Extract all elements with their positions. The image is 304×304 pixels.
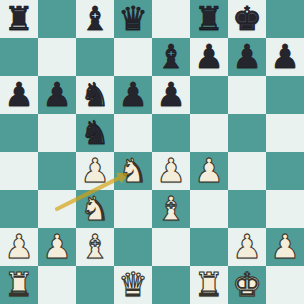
square-a1[interactable]: ♜: [0, 266, 38, 304]
square-c2[interactable]: ♝: [76, 228, 114, 266]
square-e6[interactable]: ♟: [152, 76, 190, 114]
piece-black-pawn[interactable]: ♟: [4, 76, 34, 114]
square-e8[interactable]: [152, 0, 190, 38]
piece-black-king[interactable]: ♚: [232, 0, 262, 38]
square-e1[interactable]: [152, 266, 190, 304]
square-f4[interactable]: ♟: [190, 152, 228, 190]
square-g5[interactable]: [228, 114, 266, 152]
piece-white-bishop[interactable]: ♝: [156, 190, 186, 228]
square-g7[interactable]: ♟: [228, 38, 266, 76]
square-c8[interactable]: ♝: [76, 0, 114, 38]
square-h3[interactable]: [266, 190, 304, 228]
piece-white-pawn[interactable]: ♟: [270, 228, 300, 266]
square-e7[interactable]: ♝: [152, 38, 190, 76]
square-g3[interactable]: [228, 190, 266, 228]
piece-white-pawn[interactable]: ♟: [4, 228, 34, 266]
square-f5[interactable]: [190, 114, 228, 152]
square-b8[interactable]: [38, 0, 76, 38]
piece-white-bishop[interactable]: ♝: [80, 228, 110, 266]
square-b6[interactable]: ♟: [38, 76, 76, 114]
piece-white-pawn[interactable]: ♟: [232, 228, 262, 266]
piece-white-rook[interactable]: ♜: [4, 266, 34, 304]
piece-white-knight[interactable]: ♞: [80, 190, 110, 228]
square-h5[interactable]: [266, 114, 304, 152]
square-d6[interactable]: ♟: [114, 76, 152, 114]
square-e4[interactable]: ♟: [152, 152, 190, 190]
square-b1[interactable]: [38, 266, 76, 304]
square-d5[interactable]: [114, 114, 152, 152]
piece-black-pawn[interactable]: ♟: [232, 38, 262, 76]
square-a6[interactable]: ♟: [0, 76, 38, 114]
square-b5[interactable]: [38, 114, 76, 152]
square-g1[interactable]: ♚: [228, 266, 266, 304]
piece-black-pawn[interactable]: ♟: [194, 38, 224, 76]
square-c3[interactable]: ♞: [76, 190, 114, 228]
square-d7[interactable]: [114, 38, 152, 76]
board-grid: ♜♝♛♜♚♝♟♟♟♟♟♞♟♟♞♟♞♟♟♞♝♟♟♝♟♟♜♛♜♚: [0, 0, 304, 304]
square-h4[interactable]: [266, 152, 304, 190]
square-c7[interactable]: [76, 38, 114, 76]
square-d2[interactable]: [114, 228, 152, 266]
square-g8[interactable]: ♚: [228, 0, 266, 38]
square-c5[interactable]: ♞: [76, 114, 114, 152]
square-e3[interactable]: ♝: [152, 190, 190, 228]
square-a7[interactable]: [0, 38, 38, 76]
piece-black-pawn[interactable]: ♟: [270, 38, 300, 76]
piece-black-pawn[interactable]: ♟: [118, 76, 148, 114]
square-b7[interactable]: [38, 38, 76, 76]
piece-white-knight[interactable]: ♞: [118, 152, 148, 190]
square-a5[interactable]: [0, 114, 38, 152]
piece-white-pawn[interactable]: ♟: [194, 152, 224, 190]
square-a2[interactable]: ♟: [0, 228, 38, 266]
piece-white-pawn[interactable]: ♟: [42, 228, 72, 266]
square-e2[interactable]: [152, 228, 190, 266]
piece-black-bishop[interactable]: ♝: [80, 0, 110, 38]
piece-black-knight[interactable]: ♞: [80, 114, 110, 152]
square-e5[interactable]: [152, 114, 190, 152]
piece-black-queen[interactable]: ♛: [118, 0, 148, 38]
square-d1[interactable]: ♛: [114, 266, 152, 304]
square-g4[interactable]: [228, 152, 266, 190]
square-h1[interactable]: [266, 266, 304, 304]
square-b2[interactable]: ♟: [38, 228, 76, 266]
piece-black-pawn[interactable]: ♟: [42, 76, 72, 114]
piece-black-knight[interactable]: ♞: [80, 76, 110, 114]
square-f8[interactable]: ♜: [190, 0, 228, 38]
piece-white-pawn[interactable]: ♟: [80, 152, 110, 190]
square-d3[interactable]: [114, 190, 152, 228]
square-f2[interactable]: [190, 228, 228, 266]
piece-white-queen[interactable]: ♛: [118, 266, 148, 304]
chess-board: ♜♝♛♜♚♝♟♟♟♟♟♞♟♟♞♟♞♟♟♞♝♟♟♝♟♟♜♛♜♚: [0, 0, 304, 304]
piece-white-king[interactable]: ♚: [232, 266, 262, 304]
square-f3[interactable]: [190, 190, 228, 228]
square-f6[interactable]: [190, 76, 228, 114]
square-h2[interactable]: ♟: [266, 228, 304, 266]
square-f1[interactable]: ♜: [190, 266, 228, 304]
square-a4[interactable]: [0, 152, 38, 190]
square-a8[interactable]: ♜: [0, 0, 38, 38]
square-c1[interactable]: [76, 266, 114, 304]
piece-black-bishop[interactable]: ♝: [156, 38, 186, 76]
square-f7[interactable]: ♟: [190, 38, 228, 76]
square-d4[interactable]: ♞: [114, 152, 152, 190]
piece-black-pawn[interactable]: ♟: [156, 76, 186, 114]
square-b3[interactable]: [38, 190, 76, 228]
square-b4[interactable]: [38, 152, 76, 190]
piece-black-rook[interactable]: ♜: [194, 0, 224, 38]
square-h8[interactable]: [266, 0, 304, 38]
square-g2[interactable]: ♟: [228, 228, 266, 266]
square-c6[interactable]: ♞: [76, 76, 114, 114]
piece-black-rook[interactable]: ♜: [4, 0, 34, 38]
square-g6[interactable]: [228, 76, 266, 114]
piece-white-rook[interactable]: ♜: [194, 266, 224, 304]
square-a3[interactable]: [0, 190, 38, 228]
piece-white-pawn[interactable]: ♟: [156, 152, 186, 190]
square-h6[interactable]: [266, 76, 304, 114]
square-c4[interactable]: ♟: [76, 152, 114, 190]
square-d8[interactable]: ♛: [114, 0, 152, 38]
square-h7[interactable]: ♟: [266, 38, 304, 76]
